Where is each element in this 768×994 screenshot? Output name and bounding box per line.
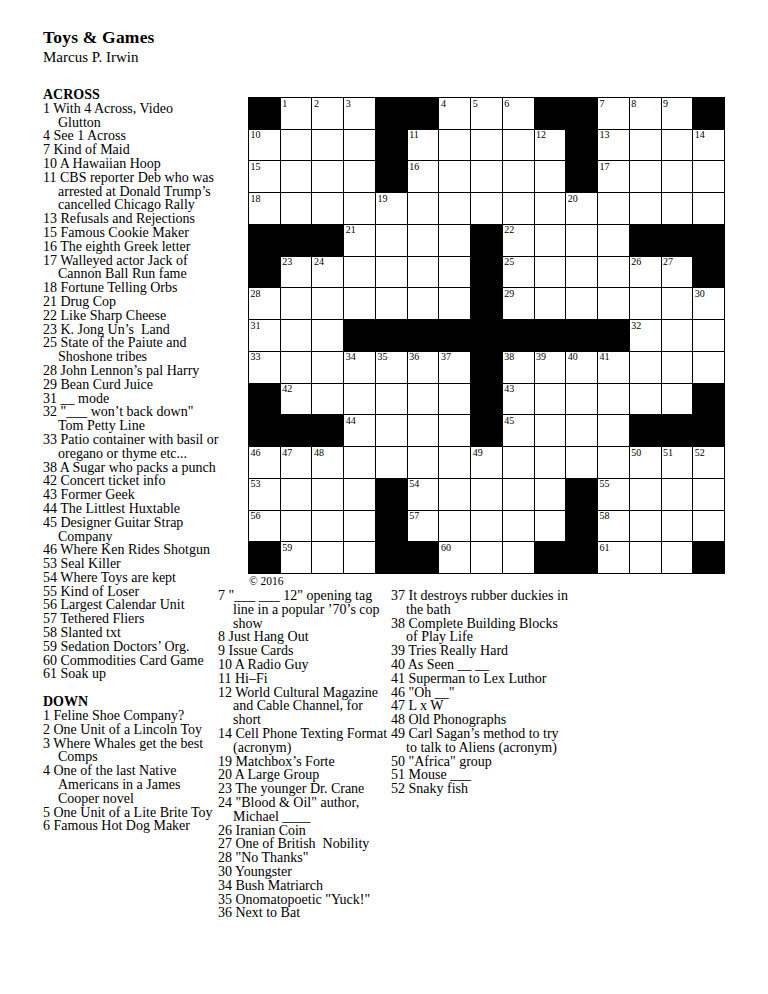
cell-number: 39 — [536, 352, 546, 362]
cell-number: 59 — [282, 543, 292, 553]
white-cell[interactable]: 56 — [249, 511, 281, 543]
white-cell[interactable]: 15 — [249, 161, 281, 193]
white-cell[interactable]: 53 — [249, 479, 281, 511]
white-cell[interactable] — [598, 384, 630, 416]
clue-down-34: 34 Bush Matriarch — [218, 879, 388, 893]
cell-number: 49 — [473, 448, 483, 458]
white-cell[interactable]: 23 — [281, 257, 313, 289]
white-cell[interactable] — [312, 320, 344, 352]
white-cell[interactable] — [281, 193, 313, 225]
cell-number: 29 — [504, 289, 514, 299]
clue-across-33: 33 Patio container with basil or oregano… — [43, 433, 219, 461]
white-cell[interactable] — [471, 479, 503, 511]
black-cell — [566, 479, 598, 511]
black-cell — [566, 161, 598, 193]
white-cell[interactable] — [535, 193, 567, 225]
black-cell — [630, 415, 662, 447]
clue-across-13: 13 Refusals and Rejections — [43, 212, 219, 226]
black-cell — [598, 320, 630, 352]
clue-down-20: 20 A Large Group — [218, 768, 388, 782]
white-cell[interactable]: 44 — [344, 415, 376, 447]
white-cell[interactable] — [344, 542, 376, 574]
white-cell[interactable] — [662, 161, 694, 193]
clue-down-3: 3 Where Whales get the best Comps — [43, 737, 219, 765]
white-cell[interactable]: 51 — [662, 447, 694, 479]
white-cell[interactable] — [312, 288, 344, 320]
white-cell[interactable]: 3 — [344, 98, 376, 130]
white-cell[interactable]: 11 — [408, 130, 440, 162]
cell-number: 26 — [631, 257, 641, 267]
white-cell[interactable] — [503, 161, 535, 193]
black-cell — [376, 161, 408, 193]
white-cell[interactable] — [535, 479, 567, 511]
white-cell[interactable] — [344, 511, 376, 543]
white-cell[interactable]: 17 — [598, 161, 630, 193]
white-cell[interactable] — [630, 479, 662, 511]
clue-across-56: 56 Largest Calendar Unit — [43, 598, 219, 612]
white-cell[interactable]: 47 — [281, 447, 313, 479]
clue-down-8: 8 Just Hang Out — [218, 630, 388, 644]
clue-down-46: 46 "Oh __" — [391, 686, 571, 700]
white-cell[interactable]: 60 — [439, 542, 471, 574]
black-cell — [376, 320, 408, 352]
white-cell[interactable]: 52 — [693, 447, 725, 479]
white-cell[interactable] — [630, 542, 662, 574]
cell-number: 44 — [346, 416, 356, 426]
white-cell[interactable] — [439, 130, 471, 162]
clue-across-54: 54 Where Toys are kept — [43, 571, 219, 585]
white-cell[interactable] — [344, 161, 376, 193]
white-cell[interactable] — [439, 479, 471, 511]
white-cell[interactable]: 14 — [693, 130, 725, 162]
clue-across-42: 42 Concert ticket info — [43, 474, 219, 488]
white-cell[interactable] — [503, 447, 535, 479]
white-cell[interactable]: 26 — [630, 257, 662, 289]
white-cell[interactable] — [693, 511, 725, 543]
white-cell[interactable] — [630, 352, 662, 384]
clue-down-7: 7 "___ ___ 12" opening tag line in a pop… — [218, 589, 388, 630]
white-cell[interactable] — [598, 415, 630, 447]
clue-down-47: 47 L x W — [391, 699, 571, 713]
white-cell[interactable] — [312, 352, 344, 384]
white-cell[interactable] — [281, 479, 313, 511]
white-cell[interactable] — [693, 161, 725, 193]
clue-down-9: 9 Issue Cards — [218, 644, 388, 658]
white-cell[interactable]: 2 — [312, 98, 344, 130]
black-cell — [376, 479, 408, 511]
cell-number: 53 — [251, 479, 261, 489]
white-cell[interactable] — [281, 288, 313, 320]
white-cell[interactable] — [471, 161, 503, 193]
white-cell[interactable] — [566, 257, 598, 289]
cell-number: 37 — [441, 352, 451, 362]
white-cell[interactable]: 42 — [281, 384, 313, 416]
white-cell[interactable] — [566, 225, 598, 257]
white-cell[interactable] — [598, 225, 630, 257]
cell-number: 25 — [504, 257, 514, 267]
white-cell[interactable] — [312, 193, 344, 225]
clue-across-31: 31 __ mode — [43, 392, 219, 406]
white-cell[interactable] — [503, 479, 535, 511]
white-cell[interactable] — [630, 161, 662, 193]
white-cell[interactable]: 20 — [566, 193, 598, 225]
white-cell[interactable] — [408, 415, 440, 447]
cell-number: 38 — [504, 352, 514, 362]
white-cell[interactable] — [693, 193, 725, 225]
black-cell — [249, 225, 281, 257]
white-cell[interactable] — [535, 161, 567, 193]
white-cell[interactable] — [344, 130, 376, 162]
white-cell[interactable]: 1 — [281, 98, 313, 130]
cell-number: 28 — [251, 289, 261, 299]
clue-down-52: 52 Snaky fish — [391, 782, 571, 796]
black-cell — [376, 98, 408, 130]
white-cell[interactable] — [344, 479, 376, 511]
white-cell[interactable] — [535, 225, 567, 257]
white-cell[interactable] — [344, 288, 376, 320]
cell-number: 47 — [282, 448, 292, 458]
cell-number: 33 — [251, 352, 261, 362]
white-cell[interactable] — [344, 257, 376, 289]
white-cell[interactable]: 54 — [408, 479, 440, 511]
white-cell[interactable]: 8 — [630, 98, 662, 130]
clue-down-37: 37 It destroys rubber duckies in the bat… — [391, 589, 571, 617]
cell-number: 35 — [377, 352, 387, 362]
white-cell[interactable] — [408, 288, 440, 320]
cell-number: 18 — [251, 194, 261, 204]
cell-number: 40 — [568, 352, 578, 362]
white-cell[interactable]: 33 — [249, 352, 281, 384]
clue-across-46: 46 Where Ken Rides Shotgun — [43, 543, 219, 557]
clue-across-43: 43 Former Geek — [43, 488, 219, 502]
page-title: Toys & Games — [43, 27, 155, 48]
cell-number: 20 — [568, 194, 578, 204]
white-cell[interactable] — [598, 257, 630, 289]
black-cell — [693, 225, 725, 257]
white-cell[interactable]: 58 — [598, 511, 630, 543]
white-cell[interactable] — [662, 320, 694, 352]
white-cell[interactable]: 50 — [630, 447, 662, 479]
black-cell — [249, 542, 281, 574]
white-cell[interactable] — [376, 257, 408, 289]
white-cell[interactable] — [439, 288, 471, 320]
white-cell[interactable] — [503, 511, 535, 543]
white-cell[interactable]: 5 — [471, 98, 503, 130]
black-cell — [693, 257, 725, 289]
cell-number: 51 — [663, 448, 673, 458]
clue-down-38: 38 Complete Building Blocks of Play Life — [391, 617, 571, 645]
white-cell[interactable] — [376, 415, 408, 447]
white-cell[interactable] — [503, 130, 535, 162]
white-cell[interactable] — [471, 511, 503, 543]
white-cell[interactable]: 31 — [249, 320, 281, 352]
white-cell[interactable] — [439, 384, 471, 416]
clue-across-18: 18 Fortune Telling Orbs — [43, 281, 219, 295]
clue-across-1: 1 With 4 Across, Video Glutton — [43, 102, 219, 130]
white-cell[interactable]: 45 — [503, 415, 535, 447]
white-cell[interactable] — [439, 225, 471, 257]
clue-across-44: 44 The Littlest Huxtable — [43, 502, 219, 516]
cell-number: 19 — [377, 194, 387, 204]
white-cell[interactable] — [376, 288, 408, 320]
clue-across-60: 60 Commodities Card Game — [43, 654, 219, 668]
white-cell[interactable] — [408, 257, 440, 289]
black-cell — [312, 225, 344, 257]
clue-across-55: 55 Kind of Loser — [43, 585, 219, 599]
black-cell — [535, 98, 567, 130]
white-cell[interactable]: 6 — [503, 98, 535, 130]
white-cell[interactable] — [281, 511, 313, 543]
clue-down-40: 40 As Seen __ __ — [391, 658, 571, 672]
white-cell[interactable] — [662, 479, 694, 511]
clue-across-10: 10 A Hawaiian Hoop — [43, 157, 219, 171]
black-cell — [281, 225, 313, 257]
cell-number: 46 — [251, 448, 261, 458]
white-cell[interactable] — [598, 447, 630, 479]
white-cell[interactable] — [535, 384, 567, 416]
white-cell[interactable] — [662, 288, 694, 320]
black-cell — [566, 320, 598, 352]
clue-across-16: 16 The eighth Greek letter — [43, 240, 219, 254]
white-cell[interactable] — [376, 447, 408, 479]
clue-down-2: 2 One Unit of a Lincoln Toy — [43, 723, 219, 737]
cell-number: 48 — [314, 448, 324, 458]
white-cell[interactable] — [471, 193, 503, 225]
white-cell[interactable]: 40 — [566, 352, 598, 384]
white-cell[interactable]: 25 — [503, 257, 535, 289]
white-cell[interactable] — [439, 257, 471, 289]
white-cell[interactable] — [630, 288, 662, 320]
white-cell[interactable] — [439, 161, 471, 193]
cell-number: 22 — [504, 225, 514, 235]
white-cell[interactable] — [312, 161, 344, 193]
white-cell[interactable]: 30 — [693, 288, 725, 320]
white-cell[interactable] — [281, 161, 313, 193]
clue-across-53: 53 Seal Killer — [43, 557, 219, 571]
black-cell — [249, 415, 281, 447]
white-cell[interactable]: 55 — [598, 479, 630, 511]
white-cell[interactable] — [693, 320, 725, 352]
white-cell[interactable] — [662, 384, 694, 416]
white-cell[interactable] — [566, 447, 598, 479]
cell-number: 56 — [251, 511, 261, 521]
white-cell[interactable] — [471, 542, 503, 574]
white-cell[interactable]: 10 — [249, 130, 281, 162]
white-cell[interactable] — [535, 288, 567, 320]
white-cell[interactable] — [408, 447, 440, 479]
white-cell[interactable] — [662, 352, 694, 384]
white-cell[interactable] — [439, 447, 471, 479]
crossword-grid: 1234567891011121314151617181920212223242… — [248, 97, 725, 574]
clue-across-15: 15 Famous Cookie Maker — [43, 226, 219, 240]
white-cell[interactable] — [312, 384, 344, 416]
white-cell[interactable] — [630, 130, 662, 162]
white-cell[interactable]: 41 — [598, 352, 630, 384]
white-cell[interactable] — [408, 384, 440, 416]
white-cell[interactable]: 34 — [344, 352, 376, 384]
white-cell[interactable]: 32 — [630, 320, 662, 352]
clue-down-19: 19 Matchbox’s Forte — [218, 755, 388, 769]
clue-across-45: 45 Designer Guitar Strap Company — [43, 516, 219, 544]
white-cell[interactable]: 4 — [439, 98, 471, 130]
white-cell[interactable]: 28 — [249, 288, 281, 320]
black-cell — [344, 320, 376, 352]
white-cell[interactable] — [566, 288, 598, 320]
cell-number: 11 — [409, 130, 419, 140]
white-cell[interactable]: 29 — [503, 288, 535, 320]
cell-number: 5 — [473, 99, 478, 109]
white-cell[interactable]: 19 — [376, 193, 408, 225]
white-cell[interactable] — [344, 193, 376, 225]
white-cell[interactable] — [344, 384, 376, 416]
cell-number: 12 — [536, 130, 546, 140]
white-cell[interactable]: 46 — [249, 447, 281, 479]
clue-down-11: 11 Hi–Fi — [218, 672, 388, 686]
cell-number: 52 — [695, 448, 705, 458]
cell-number: 36 — [409, 352, 419, 362]
clue-down-41: 41 Superman to Lex Luthor — [391, 672, 571, 686]
cell-number: 30 — [695, 289, 705, 299]
white-cell[interactable] — [312, 130, 344, 162]
white-cell[interactable] — [439, 511, 471, 543]
black-cell — [471, 225, 503, 257]
white-cell[interactable] — [535, 447, 567, 479]
white-cell[interactable] — [662, 542, 694, 574]
clue-down-10: 10 A Radio Guy — [218, 658, 388, 672]
clue-down-28: 28 "No Thanks" — [218, 851, 388, 865]
clue-down-39: 39 Tries Really Hard — [391, 644, 571, 658]
clue-down-49: 49 Carl Sagan’s method to try to talk to… — [391, 727, 571, 755]
cell-number: 14 — [695, 130, 705, 140]
white-cell[interactable]: 61 — [598, 542, 630, 574]
white-cell[interactable] — [630, 193, 662, 225]
white-cell[interactable] — [312, 542, 344, 574]
white-cell[interactable] — [535, 257, 567, 289]
white-cell[interactable]: 38 — [503, 352, 535, 384]
white-cell[interactable] — [598, 193, 630, 225]
white-cell[interactable] — [535, 511, 567, 543]
cell-number: 15 — [251, 162, 261, 172]
cell-number: 7 — [600, 99, 605, 109]
left-clue-column: ACROSS 1 With 4 Across, Video Glutton4 S… — [43, 88, 219, 833]
white-cell[interactable]: 18 — [249, 193, 281, 225]
black-cell — [535, 542, 567, 574]
white-cell[interactable] — [662, 511, 694, 543]
white-cell[interactable]: 37 — [439, 352, 471, 384]
clue-down-35: 35 Onomatopoetic "Yuck!" — [218, 893, 388, 907]
white-cell[interactable] — [312, 479, 344, 511]
across-clue-list: 1 With 4 Across, Video Glutton4 See 1 Ac… — [43, 102, 219, 681]
white-cell[interactable]: 16 — [408, 161, 440, 193]
white-cell[interactable] — [471, 130, 503, 162]
white-cell[interactable] — [376, 225, 408, 257]
white-cell[interactable] — [566, 415, 598, 447]
white-cell[interactable] — [281, 320, 313, 352]
white-cell[interactable]: 57 — [408, 511, 440, 543]
cell-number: 9 — [663, 99, 668, 109]
white-cell[interactable] — [312, 511, 344, 543]
cell-number: 4 — [441, 99, 446, 109]
cell-number: 3 — [346, 99, 351, 109]
white-cell[interactable] — [598, 288, 630, 320]
cell-number: 43 — [504, 384, 514, 394]
white-cell[interactable] — [693, 479, 725, 511]
white-cell[interactable] — [535, 415, 567, 447]
black-cell — [471, 352, 503, 384]
white-cell[interactable]: 39 — [535, 352, 567, 384]
down-clue-list-part1: 1 Feline Shoe Company?2 One Unit of a Li… — [43, 709, 219, 833]
black-cell — [408, 98, 440, 130]
white-cell[interactable] — [408, 225, 440, 257]
clue-across-4: 4 See 1 Across — [43, 129, 219, 143]
clue-down-12: 12 World Cultural Magazine and Cable Cha… — [218, 686, 388, 727]
white-cell[interactable] — [376, 384, 408, 416]
white-cell[interactable]: 43 — [503, 384, 535, 416]
white-cell[interactable]: 35 — [376, 352, 408, 384]
white-cell[interactable] — [344, 447, 376, 479]
white-cell[interactable] — [281, 352, 313, 384]
copyright-notice: © 2016 — [249, 575, 284, 587]
white-cell[interactable]: 27 — [662, 257, 694, 289]
white-cell[interactable]: 21 — [344, 225, 376, 257]
author-byline: Marcus P. Irwin — [43, 49, 138, 66]
clue-down-14: 14 Cell Phone Texting Format (acronym) — [218, 727, 388, 755]
white-cell[interactable] — [630, 511, 662, 543]
black-cell — [471, 257, 503, 289]
clue-down-23: 23 The younger Dr. Crane — [218, 782, 388, 796]
white-cell[interactable] — [566, 384, 598, 416]
white-cell[interactable]: 7 — [598, 98, 630, 130]
white-cell[interactable]: 22 — [503, 225, 535, 257]
white-cell[interactable] — [439, 415, 471, 447]
white-cell[interactable] — [503, 193, 535, 225]
white-cell[interactable] — [408, 193, 440, 225]
white-cell[interactable] — [281, 130, 313, 162]
white-cell[interactable]: 24 — [312, 257, 344, 289]
clue-across-11: 11 CBS reporter Deb who was arrested at … — [43, 171, 219, 212]
clue-down-51: 51 Mouse ___ — [391, 768, 571, 782]
clue-across-21: 21 Drug Cop — [43, 295, 219, 309]
clue-across-57: 57 Tethered Fliers — [43, 612, 219, 626]
white-cell[interactable] — [630, 384, 662, 416]
white-cell[interactable]: 9 — [662, 98, 694, 130]
white-cell[interactable]: 49 — [471, 447, 503, 479]
white-cell[interactable] — [503, 542, 535, 574]
down-clue-list-part2: 7 "___ ___ 12" opening tag line in a pop… — [218, 589, 388, 920]
white-cell[interactable] — [439, 193, 471, 225]
white-cell[interactable]: 36 — [408, 352, 440, 384]
white-cell[interactable]: 13 — [598, 130, 630, 162]
clue-down-6: 6 Famous Hot Dog Maker — [43, 819, 219, 833]
cell-number: 57 — [409, 511, 419, 521]
cell-number: 1 — [282, 99, 287, 109]
white-cell[interactable]: 48 — [312, 447, 344, 479]
white-cell[interactable] — [662, 193, 694, 225]
white-cell[interactable] — [693, 352, 725, 384]
clue-down-36: 36 Next to Bat — [218, 906, 388, 920]
white-cell[interactable]: 59 — [281, 542, 313, 574]
clue-across-22: 22 Like Sharp Cheese — [43, 309, 219, 323]
black-cell — [249, 257, 281, 289]
cell-number: 50 — [631, 448, 641, 458]
white-cell[interactable]: 12 — [535, 130, 567, 162]
clue-across-38: 38 A Sugar who packs a punch — [43, 461, 219, 475]
white-cell[interactable] — [662, 130, 694, 162]
black-cell — [471, 320, 503, 352]
black-cell — [503, 320, 535, 352]
clue-down-4: 4 One of the last Native Americans in a … — [43, 764, 219, 805]
cell-number: 23 — [282, 257, 292, 267]
